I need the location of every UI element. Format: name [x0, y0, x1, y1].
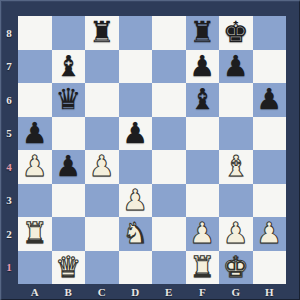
file-labels: ABCDEFGH — [18, 284, 286, 300]
black-pawn-f7[interactable]: ♟ — [186, 50, 220, 84]
square-b4[interactable]: ♟ — [52, 150, 86, 184]
square-d7[interactable] — [119, 50, 153, 84]
square-h6[interactable]: ♟ — [253, 83, 287, 117]
square-g2[interactable]: ♟ — [219, 217, 253, 251]
square-f1[interactable]: ♜ — [186, 251, 220, 285]
square-a5[interactable]: ♟ — [18, 117, 52, 151]
square-a7[interactable] — [18, 50, 52, 84]
square-g7[interactable]: ♟ — [219, 50, 253, 84]
white-pawn-f2[interactable]: ♟ — [186, 217, 220, 251]
square-d3[interactable]: ♟ — [119, 184, 153, 218]
square-d5[interactable]: ♟ — [119, 117, 153, 151]
square-b6[interactable]: ♛ — [52, 83, 86, 117]
black-pawn-b4[interactable]: ♟ — [52, 150, 86, 184]
square-e5[interactable] — [152, 117, 186, 151]
square-f6[interactable]: ♝ — [186, 83, 220, 117]
black-pawn-d5[interactable]: ♟ — [119, 117, 153, 151]
white-pawn-h2[interactable]: ♟ — [253, 217, 287, 251]
black-rook-c8[interactable]: ♜ — [85, 16, 119, 50]
square-b1[interactable]: ♛ — [52, 251, 86, 285]
white-queen-b1[interactable]: ♛ — [52, 251, 86, 285]
file-label-f: F — [186, 284, 220, 300]
square-b8[interactable] — [52, 16, 86, 50]
file-label-b: B — [52, 284, 86, 300]
square-d6[interactable] — [119, 83, 153, 117]
square-f5[interactable] — [186, 117, 220, 151]
file-label-d: D — [119, 284, 153, 300]
square-h1[interactable] — [253, 251, 287, 285]
white-bishop-g4[interactable]: ♝ — [219, 150, 253, 184]
square-c3[interactable] — [85, 184, 119, 218]
square-a8[interactable] — [18, 16, 52, 50]
rank-label-3: 3 — [0, 184, 18, 218]
black-pawn-a5[interactable]: ♟ — [18, 117, 52, 151]
white-knight-d2[interactable]: ♞ — [119, 217, 153, 251]
square-h2[interactable]: ♟ — [253, 217, 287, 251]
square-e1[interactable] — [152, 251, 186, 285]
square-d4[interactable] — [119, 150, 153, 184]
black-bishop-f6[interactable]: ♝ — [186, 83, 220, 117]
square-c6[interactable] — [85, 83, 119, 117]
square-a4[interactable]: ♟ — [18, 150, 52, 184]
square-f3[interactable] — [186, 184, 220, 218]
black-bishop-b7[interactable]: ♝ — [52, 50, 86, 84]
rank-label-5: 5 — [0, 117, 18, 151]
square-a2[interactable]: ♜ — [18, 217, 52, 251]
square-b3[interactable] — [52, 184, 86, 218]
square-d2[interactable]: ♞ — [119, 217, 153, 251]
chess-board: ♜♜♚♝♟♟♛♝♟♟♟♟♟♟♝♟♜♞♟♟♟♛♜♚ — [18, 16, 286, 284]
square-f2[interactable]: ♟ — [186, 217, 220, 251]
square-a6[interactable] — [18, 83, 52, 117]
black-king-g8[interactable]: ♚ — [219, 16, 253, 50]
square-e3[interactable] — [152, 184, 186, 218]
square-e2[interactable] — [152, 217, 186, 251]
square-f4[interactable] — [186, 150, 220, 184]
square-g5[interactable] — [219, 117, 253, 151]
file-label-a: A — [18, 284, 52, 300]
square-a3[interactable] — [18, 184, 52, 218]
black-pawn-g7[interactable]: ♟ — [219, 50, 253, 84]
white-pawn-d3[interactable]: ♟ — [119, 184, 153, 218]
square-a1[interactable] — [18, 251, 52, 285]
chess-board-diagram: 87654321 ♜♜♚♝♟♟♛♝♟♟♟♟♟♟♝♟♜♞♟♟♟♛♜♚ ABCDEF… — [0, 0, 300, 300]
file-label-e: E — [152, 284, 186, 300]
square-b5[interactable] — [52, 117, 86, 151]
square-g4[interactable]: ♝ — [219, 150, 253, 184]
white-rook-f1[interactable]: ♜ — [186, 251, 220, 285]
rank-label-2: 2 — [0, 217, 18, 251]
rank-label-7: 7 — [0, 50, 18, 84]
square-g1[interactable]: ♚ — [219, 251, 253, 285]
square-h7[interactable] — [253, 50, 287, 84]
square-c5[interactable] — [85, 117, 119, 151]
rank-label-1: 1 — [0, 251, 18, 285]
white-pawn-c4[interactable]: ♟ — [85, 150, 119, 184]
square-h8[interactable] — [253, 16, 287, 50]
file-label-g: G — [219, 284, 253, 300]
file-label-c: C — [85, 284, 119, 300]
white-king-g1[interactable]: ♚ — [219, 251, 253, 285]
square-e4[interactable] — [152, 150, 186, 184]
file-label-h: H — [253, 284, 287, 300]
rank-labels: 87654321 — [0, 16, 18, 284]
square-e8[interactable] — [152, 16, 186, 50]
white-pawn-g2[interactable]: ♟ — [219, 217, 253, 251]
square-c4[interactable]: ♟ — [85, 150, 119, 184]
square-c8[interactable]: ♜ — [85, 16, 119, 50]
square-d8[interactable] — [119, 16, 153, 50]
square-g6[interactable] — [219, 83, 253, 117]
square-g8[interactable]: ♚ — [219, 16, 253, 50]
white-rook-a2[interactable]: ♜ — [18, 217, 52, 251]
square-c7[interactable] — [85, 50, 119, 84]
square-f8[interactable]: ♜ — [186, 16, 220, 50]
square-e7[interactable] — [152, 50, 186, 84]
square-h5[interactable] — [253, 117, 287, 151]
square-h3[interactable] — [253, 184, 287, 218]
square-b7[interactable]: ♝ — [52, 50, 86, 84]
rank-label-6: 6 — [0, 83, 18, 117]
black-pawn-h6[interactable]: ♟ — [253, 83, 287, 117]
square-b2[interactable] — [52, 217, 86, 251]
rank-label-8: 8 — [0, 16, 18, 50]
white-pawn-a4[interactable]: ♟ — [18, 150, 52, 184]
square-e6[interactable] — [152, 83, 186, 117]
square-c1[interactable] — [85, 251, 119, 285]
black-queen-b6[interactable]: ♛ — [52, 83, 86, 117]
square-f7[interactable]: ♟ — [186, 50, 220, 84]
rank-label-4: 4 — [0, 150, 18, 184]
square-h4[interactable] — [253, 150, 287, 184]
black-rook-f8[interactable]: ♜ — [186, 16, 220, 50]
square-c2[interactable] — [85, 217, 119, 251]
square-g3[interactable] — [219, 184, 253, 218]
square-d1[interactable] — [119, 251, 153, 285]
